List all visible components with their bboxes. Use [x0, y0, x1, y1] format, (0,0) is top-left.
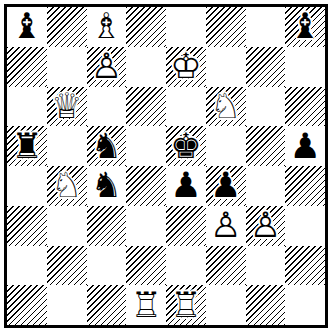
piece-black-rook[interactable]: ♜♜ [7, 126, 47, 166]
square-e7[interactable]: ♚♔ [166, 47, 206, 87]
black-bishop-glyph: ♝ [7, 7, 47, 47]
square-h8[interactable]: ♝♝ [285, 7, 325, 47]
square-h4[interactable] [285, 166, 325, 206]
white-knight-glyph: ♘ [47, 166, 87, 206]
white-rook-glyph: ♖ [126, 285, 166, 325]
square-e6[interactable] [166, 87, 206, 127]
square-g2[interactable] [246, 246, 286, 286]
square-g7[interactable] [246, 47, 286, 87]
black-knight-glyph: ♞ [87, 126, 127, 166]
square-c8[interactable]: ♝♗ [87, 7, 127, 47]
square-h1[interactable] [285, 285, 325, 325]
square-b7[interactable] [47, 47, 87, 87]
square-e1[interactable]: ♜♖ [166, 285, 206, 325]
square-f5[interactable] [206, 126, 246, 166]
square-h2[interactable] [285, 246, 325, 286]
square-d2[interactable] [126, 246, 166, 286]
square-h7[interactable] [285, 47, 325, 87]
white-pawn-glyph: ♙ [87, 47, 127, 87]
piece-black-bishop[interactable]: ♝♝ [7, 7, 47, 47]
piece-white-pawn[interactable]: ♟♙ [246, 206, 286, 246]
square-a3[interactable] [7, 206, 47, 246]
square-a6[interactable] [7, 87, 47, 127]
square-c2[interactable] [87, 246, 127, 286]
square-d4[interactable] [126, 166, 166, 206]
black-knight-glyph: ♞ [87, 166, 127, 206]
square-e5[interactable]: ♚♚ [166, 126, 206, 166]
square-d1[interactable]: ♜♖ [126, 285, 166, 325]
square-f4[interactable]: ♟♟ [206, 166, 246, 206]
square-f7[interactable] [206, 47, 246, 87]
board-frame: ♝♝♝♗♝♝♟♙♚♔♛♕♞♘♜♜♞♞♚♚♟♟♞♘♞♞♟♟♟♟♟♙♟♙♜♖♜♖ [4, 4, 328, 328]
square-b8[interactable] [47, 7, 87, 47]
piece-white-knight[interactable]: ♞♘ [206, 87, 246, 127]
piece-black-pawn[interactable]: ♟♟ [285, 126, 325, 166]
piece-white-knight[interactable]: ♞♘ [47, 166, 87, 206]
piece-black-king[interactable]: ♚♚ [166, 126, 206, 166]
square-b4[interactable]: ♞♘ [47, 166, 87, 206]
square-d7[interactable] [126, 47, 166, 87]
square-h5[interactable]: ♟♟ [285, 126, 325, 166]
piece-black-knight[interactable]: ♞♞ [87, 166, 127, 206]
square-e4[interactable]: ♟♟ [166, 166, 206, 206]
square-c1[interactable] [87, 285, 127, 325]
black-pawn-glyph: ♟ [166, 166, 206, 206]
square-g1[interactable] [246, 285, 286, 325]
square-c6[interactable] [87, 87, 127, 127]
square-d8[interactable] [126, 7, 166, 47]
black-pawn-glyph: ♟ [206, 166, 246, 206]
square-f8[interactable] [206, 7, 246, 47]
white-king-glyph: ♔ [166, 47, 206, 87]
square-f1[interactable] [206, 285, 246, 325]
square-a1[interactable] [7, 285, 47, 325]
piece-black-pawn[interactable]: ♟♟ [166, 166, 206, 206]
square-b6[interactable]: ♛♕ [47, 87, 87, 127]
square-b2[interactable] [47, 246, 87, 286]
piece-black-bishop[interactable]: ♝♝ [285, 7, 325, 47]
square-f6[interactable]: ♞♘ [206, 87, 246, 127]
square-a8[interactable]: ♝♝ [7, 7, 47, 47]
piece-white-rook[interactable]: ♜♖ [166, 285, 206, 325]
piece-black-pawn[interactable]: ♟♟ [206, 166, 246, 206]
square-c7[interactable]: ♟♙ [87, 47, 127, 87]
square-b3[interactable] [47, 206, 87, 246]
square-h3[interactable] [285, 206, 325, 246]
white-bishop-glyph: ♗ [87, 7, 127, 47]
square-a7[interactable] [7, 47, 47, 87]
white-pawn-glyph: ♙ [246, 206, 286, 246]
square-c3[interactable] [87, 206, 127, 246]
square-d6[interactable] [126, 87, 166, 127]
black-pawn-glyph: ♟ [285, 126, 325, 166]
square-a4[interactable] [7, 166, 47, 206]
white-queen-glyph: ♕ [47, 87, 87, 127]
square-c4[interactable]: ♞♞ [87, 166, 127, 206]
black-rook-glyph: ♜ [7, 126, 47, 166]
white-knight-glyph: ♘ [206, 87, 246, 127]
black-bishop-glyph: ♝ [285, 7, 325, 47]
square-a2[interactable] [7, 246, 47, 286]
square-g3[interactable]: ♟♙ [246, 206, 286, 246]
piece-white-rook[interactable]: ♜♖ [126, 285, 166, 325]
square-g8[interactable] [246, 7, 286, 47]
piece-white-pawn[interactable]: ♟♙ [206, 206, 246, 246]
chess-diagram: ♝♝♝♗♝♝♟♙♚♔♛♕♞♘♜♜♞♞♚♚♟♟♞♘♞♞♟♟♟♟♟♙♟♙♜♖♜♖ [0, 0, 332, 332]
square-g6[interactable] [246, 87, 286, 127]
square-f2[interactable] [206, 246, 246, 286]
square-g5[interactable] [246, 126, 286, 166]
square-c5[interactable]: ♞♞ [87, 126, 127, 166]
square-d5[interactable] [126, 126, 166, 166]
white-rook-glyph: ♖ [166, 285, 206, 325]
piece-white-king[interactable]: ♚♔ [166, 47, 206, 87]
square-d3[interactable] [126, 206, 166, 246]
square-a5[interactable]: ♜♜ [7, 126, 47, 166]
square-b5[interactable] [47, 126, 87, 166]
square-e3[interactable] [166, 206, 206, 246]
piece-white-queen[interactable]: ♛♕ [47, 87, 87, 127]
square-e8[interactable] [166, 7, 206, 47]
piece-black-knight[interactable]: ♞♞ [87, 126, 127, 166]
piece-white-pawn[interactable]: ♟♙ [87, 47, 127, 87]
square-h6[interactable] [285, 87, 325, 127]
black-king-glyph: ♚ [166, 126, 206, 166]
piece-white-bishop[interactable]: ♝♗ [87, 7, 127, 47]
white-pawn-glyph: ♙ [206, 206, 246, 246]
square-e2[interactable] [166, 246, 206, 286]
square-b1[interactable] [47, 285, 87, 325]
square-g4[interactable] [246, 166, 286, 206]
chess-board: ♝♝♝♗♝♝♟♙♚♔♛♕♞♘♜♜♞♞♚♚♟♟♞♘♞♞♟♟♟♟♟♙♟♙♜♖♜♖ [7, 7, 325, 325]
square-f3[interactable]: ♟♙ [206, 206, 246, 246]
